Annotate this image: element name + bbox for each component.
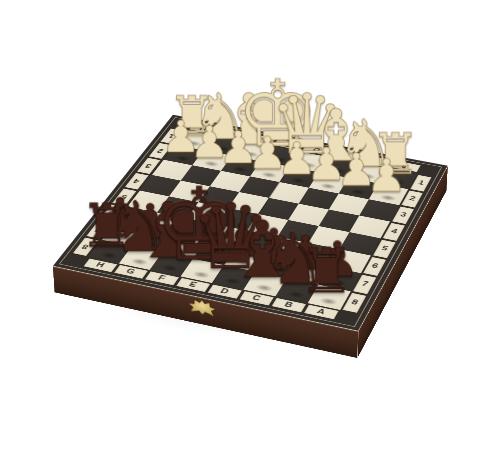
brass-latch-icon — [189, 298, 215, 317]
chess-board: HGFEDCBA HGFEDCBA 12345678 12345678 ♜♞♝♚… — [53, 115, 448, 332]
scene: HGFEDCBA HGFEDCBA 12345678 12345678 ♜♞♝♚… — [0, 0, 500, 450]
product-photo: HGFEDCBA HGFEDCBA 12345678 12345678 ♜♞♝♚… — [0, 0, 500, 450]
black-rook-icon: ♜ — [268, 240, 386, 302]
